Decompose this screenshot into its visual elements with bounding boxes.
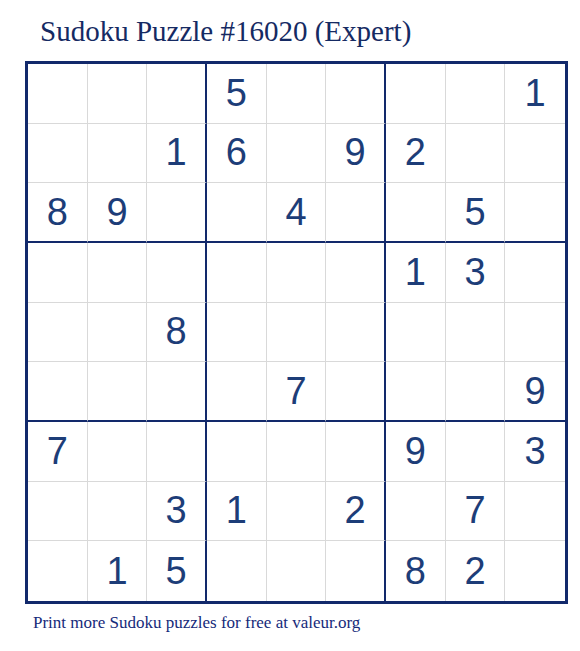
sudoku-cell-r8c9[interactable] [505, 482, 565, 542]
sudoku-cell-r5c7[interactable] [386, 303, 446, 363]
sudoku-cell-r9c2[interactable]: 1 [88, 541, 148, 601]
sudoku-cell-r6c5[interactable]: 7 [267, 362, 327, 422]
sudoku-cell-r7c9[interactable]: 3 [505, 422, 565, 482]
sudoku-cell-r4c7[interactable]: 1 [386, 243, 446, 303]
sudoku-cell-r2c4[interactable]: 6 [207, 124, 267, 184]
sudoku-cell-r6c4[interactable] [207, 362, 267, 422]
sudoku-cell-r5c4[interactable] [207, 303, 267, 363]
sudoku-cell-r4c5[interactable] [267, 243, 327, 303]
sudoku-cell-r6c6[interactable] [326, 362, 386, 422]
sudoku-cell-r1c9[interactable]: 1 [505, 64, 565, 124]
sudoku-cell-r7c7[interactable]: 9 [386, 422, 446, 482]
sudoku-cell-r9c4[interactable] [207, 541, 267, 601]
sudoku-cell-r1c2[interactable] [88, 64, 148, 124]
footer-text: Print more Sudoku puzzles for free at va… [33, 612, 360, 634]
sudoku-cell-r9c1[interactable] [28, 541, 88, 601]
sudoku-cell-r3c5[interactable]: 4 [267, 183, 327, 243]
sudoku-cell-r3c6[interactable] [326, 183, 386, 243]
sudoku-cell-r4c1[interactable] [28, 243, 88, 303]
sudoku-cell-r5c3[interactable]: 8 [147, 303, 207, 363]
sudoku-cell-r6c9[interactable]: 9 [505, 362, 565, 422]
sudoku-cell-r7c5[interactable] [267, 422, 327, 482]
sudoku-cell-r2c3[interactable]: 1 [147, 124, 207, 184]
sudoku-cell-r4c3[interactable] [147, 243, 207, 303]
sudoku-cell-r2c2[interactable] [88, 124, 148, 184]
sudoku-cell-r2c7[interactable]: 2 [386, 124, 446, 184]
sudoku-cell-r8c6[interactable]: 2 [326, 482, 386, 542]
sudoku-cell-r3c1[interactable]: 8 [28, 183, 88, 243]
sudoku-cell-r8c2[interactable] [88, 482, 148, 542]
sudoku-cell-r2c5[interactable] [267, 124, 327, 184]
sudoku-cell-r3c2[interactable]: 9 [88, 183, 148, 243]
sudoku-cell-r2c1[interactable] [28, 124, 88, 184]
sudoku-cell-r1c7[interactable] [386, 64, 446, 124]
sudoku-cell-r9c7[interactable]: 8 [386, 541, 446, 601]
sudoku-cell-r7c6[interactable] [326, 422, 386, 482]
sudoku-cell-r8c7[interactable] [386, 482, 446, 542]
sudoku-cell-r5c2[interactable] [88, 303, 148, 363]
sudoku-cell-r1c1[interactable] [28, 64, 88, 124]
sudoku-cell-r5c6[interactable] [326, 303, 386, 363]
sudoku-cell-r8c5[interactable] [267, 482, 327, 542]
sudoku-cell-r1c4[interactable]: 5 [207, 64, 267, 124]
sudoku-cell-r8c4[interactable]: 1 [207, 482, 267, 542]
sudoku-cell-r5c5[interactable] [267, 303, 327, 363]
sudoku-cell-r7c8[interactable] [446, 422, 506, 482]
sudoku-cell-r4c9[interactable] [505, 243, 565, 303]
sudoku-cell-r7c3[interactable] [147, 422, 207, 482]
sudoku-cell-r1c3[interactable] [147, 64, 207, 124]
sudoku-cell-r1c6[interactable] [326, 64, 386, 124]
sudoku-board: 51169289451387979331271582 [25, 61, 568, 604]
sudoku-cell-r6c7[interactable] [386, 362, 446, 422]
sudoku-cell-r7c2[interactable] [88, 422, 148, 482]
sudoku-cell-r9c5[interactable] [267, 541, 327, 601]
sudoku-cell-r2c8[interactable] [446, 124, 506, 184]
sudoku-cell-r8c3[interactable]: 3 [147, 482, 207, 542]
sudoku-cell-r5c1[interactable] [28, 303, 88, 363]
sudoku-cell-r8c1[interactable] [28, 482, 88, 542]
sudoku-cell-r1c8[interactable] [446, 64, 506, 124]
sudoku-cell-r2c9[interactable] [505, 124, 565, 184]
sudoku-cell-r4c8[interactable]: 3 [446, 243, 506, 303]
sudoku-cell-r9c9[interactable] [505, 541, 565, 601]
sudoku-cell-r2c6[interactable]: 9 [326, 124, 386, 184]
sudoku-cell-r3c9[interactable] [505, 183, 565, 243]
sudoku-cell-r8c8[interactable]: 7 [446, 482, 506, 542]
sudoku-cell-r3c8[interactable]: 5 [446, 183, 506, 243]
sudoku-cell-r3c4[interactable] [207, 183, 267, 243]
sudoku-cell-r7c1[interactable]: 7 [28, 422, 88, 482]
sudoku-cell-r3c7[interactable] [386, 183, 446, 243]
sudoku-cell-r7c4[interactable] [207, 422, 267, 482]
sudoku-cell-r6c3[interactable] [147, 362, 207, 422]
sudoku-cell-r4c6[interactable] [326, 243, 386, 303]
sudoku-cell-r5c9[interactable] [505, 303, 565, 363]
sudoku-cell-r3c3[interactable] [147, 183, 207, 243]
sudoku-cell-r6c8[interactable] [446, 362, 506, 422]
sudoku-cell-r4c2[interactable] [88, 243, 148, 303]
sudoku-cell-r9c8[interactable]: 2 [446, 541, 506, 601]
sudoku-cell-r4c4[interactable] [207, 243, 267, 303]
page-title: Sudoku Puzzle #16020 (Expert) [40, 14, 411, 48]
sudoku-cell-r5c8[interactable] [446, 303, 506, 363]
sudoku-page: Sudoku Puzzle #16020 (Expert) 5116928945… [0, 0, 580, 651]
sudoku-cell-r9c6[interactable] [326, 541, 386, 601]
sudoku-cell-r9c3[interactable]: 5 [147, 541, 207, 601]
sudoku-cell-r6c2[interactable] [88, 362, 148, 422]
sudoku-cell-r1c5[interactable] [267, 64, 327, 124]
sudoku-cell-r6c1[interactable] [28, 362, 88, 422]
